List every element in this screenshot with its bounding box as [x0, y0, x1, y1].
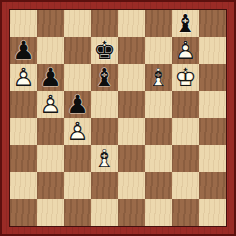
square-f6[interactable]: ♝♗ [145, 64, 172, 91]
black-bishop-glyph: ♝ [91, 64, 118, 91]
square-h4[interactable] [199, 118, 226, 145]
square-d2[interactable] [91, 172, 118, 199]
square-b1[interactable] [37, 199, 64, 226]
black-pawn[interactable]: ♟ [64, 91, 91, 118]
square-c3[interactable] [64, 145, 91, 172]
square-h7[interactable] [199, 37, 226, 64]
black-pawn-glyph: ♟ [10, 37, 37, 64]
black-bishop[interactable]: ♝ [172, 10, 199, 37]
square-d1[interactable] [91, 199, 118, 226]
white-bishop-outline-icon: ♗ [145, 64, 172, 91]
square-g6[interactable]: ♚♔ [172, 64, 199, 91]
white-bishop[interactable]: ♝♗ [91, 145, 118, 172]
square-g4[interactable] [172, 118, 199, 145]
square-c4[interactable]: ♟♙ [64, 118, 91, 145]
square-f2[interactable] [145, 172, 172, 199]
square-e1[interactable] [118, 199, 145, 226]
square-a4[interactable] [10, 118, 37, 145]
square-f1[interactable] [145, 199, 172, 226]
square-c1[interactable] [64, 199, 91, 226]
square-e3[interactable] [118, 145, 145, 172]
white-pawn[interactable]: ♟♙ [172, 37, 199, 64]
white-pawn-outline-icon: ♙ [64, 118, 91, 145]
square-h6[interactable] [199, 64, 226, 91]
square-d7[interactable]: ♚ [91, 37, 118, 64]
white-pawn-outline-icon: ♙ [37, 91, 64, 118]
square-c8[interactable] [64, 10, 91, 37]
white-king-outline-icon: ♔ [172, 64, 199, 91]
square-g5[interactable] [172, 91, 199, 118]
square-a3[interactable] [10, 145, 37, 172]
square-b2[interactable] [37, 172, 64, 199]
square-h8[interactable] [199, 10, 226, 37]
square-a6[interactable]: ♟♙ [10, 64, 37, 91]
square-c5[interactable]: ♟ [64, 91, 91, 118]
square-b3[interactable] [37, 145, 64, 172]
square-c7[interactable] [64, 37, 91, 64]
square-a8[interactable] [10, 10, 37, 37]
square-h5[interactable] [199, 91, 226, 118]
square-a7[interactable]: ♟ [10, 37, 37, 64]
black-pawn[interactable]: ♟ [10, 37, 37, 64]
square-h3[interactable] [199, 145, 226, 172]
black-king-glyph: ♚ [91, 37, 118, 64]
board-frame: ♝♟♚♟♙♟♙♟♝♝♗♚♔♟♙♟♟♙♝♗ [0, 0, 236, 236]
square-a2[interactable] [10, 172, 37, 199]
square-c6[interactable] [64, 64, 91, 91]
square-e5[interactable] [118, 91, 145, 118]
white-pawn[interactable]: ♟♙ [37, 91, 64, 118]
square-b5[interactable]: ♟♙ [37, 91, 64, 118]
square-g7[interactable]: ♟♙ [172, 37, 199, 64]
white-bishop-outline-icon: ♗ [91, 145, 118, 172]
square-d4[interactable] [91, 118, 118, 145]
square-d8[interactable] [91, 10, 118, 37]
white-pawn-outline-icon: ♙ [10, 64, 37, 91]
square-e6[interactable] [118, 64, 145, 91]
square-h1[interactable] [199, 199, 226, 226]
black-pawn-glyph: ♟ [64, 91, 91, 118]
white-pawn[interactable]: ♟♙ [10, 64, 37, 91]
square-g1[interactable] [172, 199, 199, 226]
square-e2[interactable] [118, 172, 145, 199]
square-g3[interactable] [172, 145, 199, 172]
chess-board: ♝♟♚♟♙♟♙♟♝♝♗♚♔♟♙♟♟♙♝♗ [10, 10, 226, 226]
black-king[interactable]: ♚ [91, 37, 118, 64]
square-e7[interactable] [118, 37, 145, 64]
black-bishop[interactable]: ♝ [91, 64, 118, 91]
white-pawn[interactable]: ♟♙ [64, 118, 91, 145]
square-b7[interactable] [37, 37, 64, 64]
square-e8[interactable] [118, 10, 145, 37]
square-g8[interactable]: ♝ [172, 10, 199, 37]
square-e4[interactable] [118, 118, 145, 145]
square-f4[interactable] [145, 118, 172, 145]
black-pawn[interactable]: ♟ [37, 64, 64, 91]
square-b6[interactable]: ♟ [37, 64, 64, 91]
square-g2[interactable] [172, 172, 199, 199]
square-f7[interactable] [145, 37, 172, 64]
square-b4[interactable] [37, 118, 64, 145]
square-f8[interactable] [145, 10, 172, 37]
square-c2[interactable] [64, 172, 91, 199]
white-pawn-outline-icon: ♙ [172, 37, 199, 64]
square-h2[interactable] [199, 172, 226, 199]
white-bishop[interactable]: ♝♗ [145, 64, 172, 91]
white-king[interactable]: ♚♔ [172, 64, 199, 91]
square-d5[interactable] [91, 91, 118, 118]
square-a1[interactable] [10, 199, 37, 226]
square-b8[interactable] [37, 10, 64, 37]
square-a5[interactable] [10, 91, 37, 118]
square-f5[interactable] [145, 91, 172, 118]
square-d3[interactable]: ♝♗ [91, 145, 118, 172]
black-bishop-glyph: ♝ [172, 10, 199, 37]
black-pawn-glyph: ♟ [37, 64, 64, 91]
square-d6[interactable]: ♝ [91, 64, 118, 91]
square-f3[interactable] [145, 145, 172, 172]
